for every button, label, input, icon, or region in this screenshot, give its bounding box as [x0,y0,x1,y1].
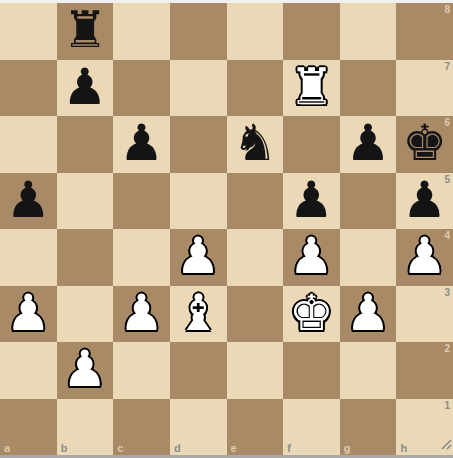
file-label-a: a [4,442,10,454]
square-b6[interactable] [57,116,114,173]
piece-black-pawn[interactable]: ♟ [6,175,51,225]
square-g8[interactable] [340,3,397,60]
piece-black-knight[interactable]: ♞ [232,118,277,168]
square-h2[interactable]: 2 [396,342,453,399]
square-c7[interactable] [113,60,170,117]
chess-board: ♜8♟♜7♟♞♟♚6♟♟♟5♟♟♟4♟♟♝♚♟3♟2abcdefg1h [0,3,453,455]
square-b4[interactable] [57,229,114,286]
square-f2[interactable] [283,342,340,399]
rank-label-1: 1 [444,400,450,411]
square-b2[interactable]: ♟ [57,342,114,399]
square-d6[interactable] [170,116,227,173]
piece-white-pawn[interactable]: ♟ [346,288,391,338]
square-c2[interactable] [113,342,170,399]
piece-black-rook[interactable]: ♜ [63,5,108,55]
square-e3[interactable] [227,286,284,343]
square-h6[interactable]: ♚6 [396,116,453,173]
square-a1[interactable]: a [0,399,57,456]
piece-black-pawn[interactable]: ♟ [119,118,164,168]
piece-white-pawn[interactable]: ♟ [402,231,447,281]
square-b3[interactable] [57,286,114,343]
rank-label-8: 8 [444,4,450,15]
square-g7[interactable] [340,60,397,117]
piece-white-bishop[interactable]: ♝ [176,288,221,338]
square-a2[interactable] [0,342,57,399]
square-a4[interactable] [0,229,57,286]
square-d3[interactable]: ♝ [170,286,227,343]
square-g3[interactable]: ♟ [340,286,397,343]
square-c1[interactable]: c [113,399,170,456]
square-c4[interactable] [113,229,170,286]
file-label-d: d [174,442,181,454]
square-f1[interactable]: f [283,399,340,456]
piece-white-pawn[interactable]: ♟ [289,231,334,281]
square-d7[interactable] [170,60,227,117]
file-label-f: f [287,442,291,454]
piece-white-pawn[interactable]: ♟ [63,344,108,394]
rank-label-7: 7 [444,61,450,72]
chess-board-container: ♜8♟♜7♟♞♟♚6♟♟♟5♟♟♟4♟♟♝♚♟3♟2abcdefg1h [0,3,453,455]
square-d2[interactable] [170,342,227,399]
square-f3[interactable]: ♚ [283,286,340,343]
square-h8[interactable]: 8 [396,3,453,60]
square-g1[interactable]: g [340,399,397,456]
square-e2[interactable] [227,342,284,399]
square-c5[interactable] [113,173,170,230]
square-h7[interactable]: 7 [396,60,453,117]
square-c6[interactable]: ♟ [113,116,170,173]
square-d4[interactable]: ♟ [170,229,227,286]
square-b8[interactable]: ♜ [57,3,114,60]
piece-white-pawn[interactable]: ♟ [6,288,51,338]
rank-label-2: 2 [444,343,450,354]
square-e7[interactable] [227,60,284,117]
resize-grip-icon[interactable] [438,436,452,450]
rank-label-3: 3 [444,287,450,298]
square-g2[interactable] [340,342,397,399]
square-e1[interactable]: e [227,399,284,456]
file-label-b: b [61,442,68,454]
square-d8[interactable] [170,3,227,60]
square-a3[interactable]: ♟ [0,286,57,343]
square-d5[interactable] [170,173,227,230]
square-b7[interactable]: ♟ [57,60,114,117]
square-e5[interactable] [227,173,284,230]
piece-black-king[interactable]: ♚ [402,118,447,168]
file-label-e: e [231,442,237,454]
square-h5[interactable]: ♟5 [396,173,453,230]
square-a8[interactable] [0,3,57,60]
piece-white-king[interactable]: ♚ [289,288,334,338]
square-g5[interactable] [340,173,397,230]
piece-black-pawn[interactable]: ♟ [289,175,334,225]
square-h3[interactable]: 3 [396,286,453,343]
square-d1[interactable]: d [170,399,227,456]
square-a5[interactable]: ♟ [0,173,57,230]
square-e8[interactable] [227,3,284,60]
square-c8[interactable] [113,3,170,60]
piece-black-pawn[interactable]: ♟ [63,62,108,112]
square-b5[interactable] [57,173,114,230]
square-b1[interactable]: b [57,399,114,456]
piece-white-pawn[interactable]: ♟ [176,231,221,281]
square-f5[interactable]: ♟ [283,173,340,230]
square-e6[interactable]: ♞ [227,116,284,173]
piece-white-pawn[interactable]: ♟ [119,288,164,338]
file-label-h: h [400,442,407,454]
square-f4[interactable]: ♟ [283,229,340,286]
square-f6[interactable] [283,116,340,173]
square-g4[interactable] [340,229,397,286]
file-label-c: c [117,442,123,454]
piece-white-rook[interactable]: ♜ [289,62,334,112]
piece-black-pawn[interactable]: ♟ [402,175,447,225]
square-e4[interactable] [227,229,284,286]
square-c3[interactable]: ♟ [113,286,170,343]
file-label-g: g [344,442,351,454]
square-a6[interactable] [0,116,57,173]
square-g6[interactable]: ♟ [340,116,397,173]
square-h4[interactable]: ♟4 [396,229,453,286]
piece-black-pawn[interactable]: ♟ [346,118,391,168]
square-a7[interactable] [0,60,57,117]
square-f7[interactable]: ♜ [283,60,340,117]
square-f8[interactable] [283,3,340,60]
